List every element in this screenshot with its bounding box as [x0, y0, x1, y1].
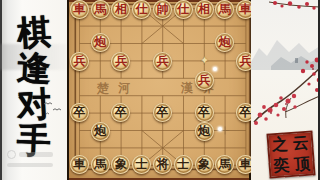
watermark-logo-icon: [7, 150, 16, 159]
piece-black-elephant[interactable]: 象: [195, 155, 214, 174]
watermark: [7, 150, 63, 167]
piece-red-horse[interactable]: 馬: [91, 0, 110, 19]
banner-char: 棋: [15, 13, 51, 51]
piece-black-advisor[interactable]: 士: [174, 155, 193, 174]
piece-red-cannon[interactable]: 炮: [215, 33, 234, 52]
piece-red-pawn[interactable]: 兵: [111, 52, 130, 71]
seal-char: 之: [269, 134, 291, 156]
xiangqi-board[interactable]: 楚河 漢界 ✦ 車馬相仕帥仕相馬車炮炮兵兵兵兵兵卒卒卒卒卒炮炮車馬象士将士象馬車: [67, 0, 251, 180]
piece-black-horse[interactable]: 馬: [91, 155, 110, 174]
piece-black-cannon[interactable]: 炮: [195, 122, 214, 141]
piece-black-pawn[interactable]: 卒: [153, 103, 172, 122]
seal-char: 顶: [291, 153, 313, 175]
banner-title: 棋 逢 对 手: [0, 14, 67, 158]
piece-red-horse[interactable]: 馬: [215, 0, 234, 19]
video-frame: 棋 逢 对 手: [0, 0, 320, 180]
piece-black-advisor[interactable]: 士: [132, 155, 151, 174]
piece-red-chariot[interactable]: 車: [70, 0, 89, 19]
piece-black-pawn[interactable]: 卒: [70, 103, 89, 122]
banner-char: 逢: [16, 49, 52, 87]
birds-icon: [42, 98, 64, 118]
piece-red-elephant[interactable]: 相: [111, 0, 130, 19]
piece-black-pawn[interactable]: 卒: [111, 103, 130, 122]
seal-char: 奕: [270, 155, 292, 177]
left-banner-panel: 棋 逢 对 手: [0, 0, 67, 180]
piece-black-pawn[interactable]: 卒: [195, 103, 214, 122]
piece-black-cannon[interactable]: 炮: [91, 122, 110, 141]
piece-red-elephant[interactable]: 相: [195, 0, 214, 19]
piece-red-pawn[interactable]: 兵: [70, 52, 89, 71]
seal-char: 云: [290, 133, 312, 155]
piece-red-advisor[interactable]: 仕: [132, 0, 151, 19]
piece-red-pawn[interactable]: 兵: [153, 52, 172, 71]
piece-black-elephant[interactable]: 象: [111, 155, 130, 174]
piece-red-advisor[interactable]: 仕: [174, 0, 193, 19]
right-painting-panel: 云 顶 之 奕: [251, 0, 320, 180]
piece-red-cannon[interactable]: 炮: [91, 33, 110, 52]
sparkle-dot: [213, 67, 217, 71]
piece-black-horse[interactable]: 馬: [215, 155, 234, 174]
piece-black-chariot[interactable]: 車: [70, 155, 89, 174]
piece-black-general[interactable]: 将: [153, 155, 172, 174]
pieces-layer: 車馬相仕帥仕相馬車炮炮兵兵兵兵兵卒卒卒卒卒炮炮車馬象士将士象馬車: [69, 0, 256, 174]
piece-red-general[interactable]: 帥: [153, 0, 172, 19]
piece-red-pawn[interactable]: 兵: [195, 71, 214, 90]
channel-seal: 云 顶 之 奕: [266, 130, 315, 178]
